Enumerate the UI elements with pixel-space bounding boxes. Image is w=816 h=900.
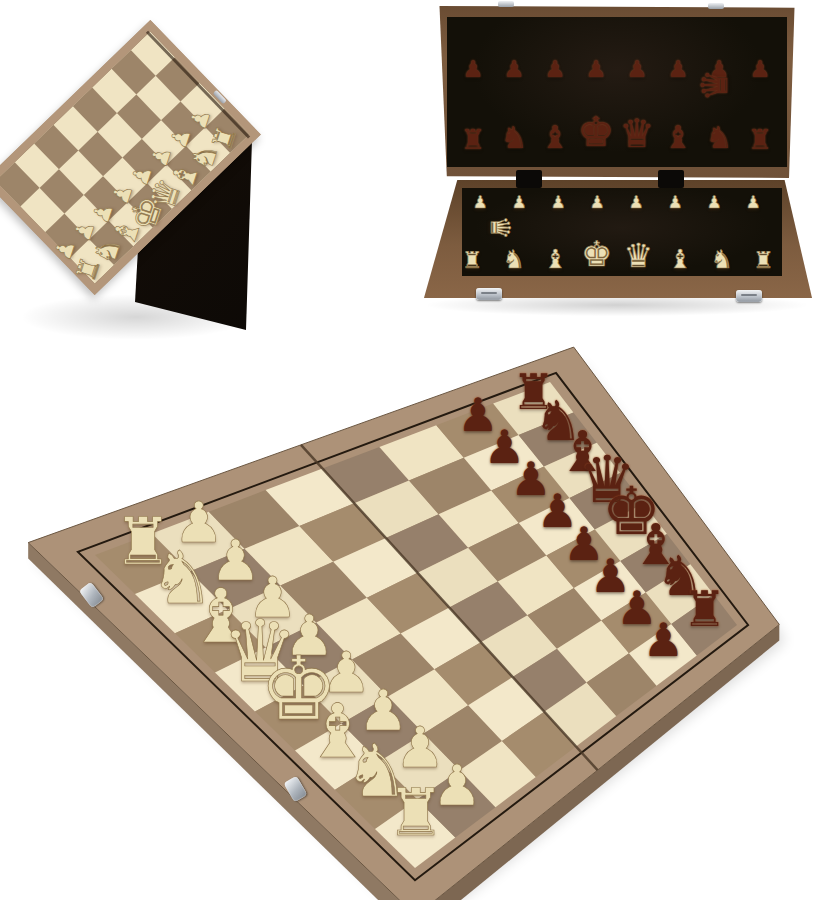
case-lid-felt: ♟♟♟♟♟♟♟♟♜♞♝♚♛♝♞♜♛ [447,17,787,167]
piece-white-rook-h1: ♜ [387,780,445,845]
hinge-strap-icon [658,170,684,188]
chess-set-product-photo: ♜♞♝♛♚♝♞♜♟♟♟♟♟♟♟♟ ♟♟♟♟♟♟♟♟♜♞♝♚♛♝♞♜♛ ♟♟♟♟♟… [0,0,816,900]
tray-white-lying-queen: ♛ [487,215,514,239]
lid-dark-knight-2: ♞ [501,123,528,153]
folded-white-pawn-file-5: ♟ [109,181,137,208]
main-board-pieces: ♜♞♝♛♚♝♞♜♟♟♟♟♟♟♟♟♟♟♟♟♟♟♟♟♜♞♝♛♚♝♞♜ [0,320,816,900]
folded-white-pawn-file-1: ♟ [186,106,214,133]
tray-white-pawn-7: ♟ [706,194,721,211]
tray-white-knight-7: ♞ [710,247,732,272]
folded-board-view: ♜♞♝♛♚♝♞♜♟♟♟♟♟♟♟♟ [0,0,292,352]
tray-white-king-4: ♚ [581,237,612,272]
tray-white-pawn-5: ♟ [628,194,643,211]
folded-white-pawn-file-4: ♟ [128,162,156,189]
tray-white-bishop-3: ♝ [544,246,567,272]
piece-black-pawn-h7: ♟ [643,617,684,663]
main-board-view: ♜♞♝♛♚♝♞♜♟♟♟♟♟♟♟♟♟♟♟♟♟♟♟♟♜♞♝♛♚♝♞♜ [0,320,816,900]
lid-dark-pawn-6: ♟ [668,58,689,81]
lid-dark-bishop-3: ♝ [541,122,569,153]
lid-dark-rook-1: ♜ [461,126,485,153]
tray-white-pawn-4: ♟ [589,194,604,211]
lid-dark-rook-8: ♜ [748,126,772,153]
tray-white-rook-8: ♜ [753,249,774,272]
case-latch-icon [476,288,502,300]
tray-white-rook-1: ♜ [462,249,483,272]
lid-dark-lying-queen: ♛ [697,69,733,101]
lid-dark-bishop-6: ♝ [664,122,692,153]
lid-dark-pawn-4: ♟ [586,58,607,81]
tray-white-queen-5: ♛ [624,239,654,272]
tray-white-pawn-2: ♟ [511,194,526,211]
lid-dark-pawn-1: ♟ [463,58,484,81]
folded-white-pawn-file-2: ♟ [167,125,195,152]
case-latch-icon [736,290,762,302]
folded-white-pawn-file-3: ♟ [147,143,175,170]
case-tray-felt: ♟♟♟♟♟♟♟♟♜♞♝♚♛♝♞♜♛ [462,188,782,276]
piece-black-rook-h8: ♜ [683,584,727,633]
case-lid: ♟♟♟♟♟♟♟♟♜♞♝♚♛♝♞♜♛ [434,6,800,178]
tray-white-bishop-6: ♝ [668,246,691,272]
folded-white-pawn-file-8: ♟ [51,237,79,264]
tray-white-pawn-1: ♟ [472,194,487,211]
lid-dark-pawn-8: ♟ [750,58,771,81]
lid-dark-queen-5: ♛ [620,114,655,153]
tray-white-pawn-3: ♟ [550,194,565,211]
tray-white-pawn-6: ♟ [667,194,682,211]
open-case-view: ♟♟♟♟♟♟♟♟♜♞♝♚♛♝♞♜♛ ♟♟♟♟♟♟♟♟♜♞♝♚♛♝♞♜♛ [420,0,816,312]
tray-white-knight-2: ♞ [502,247,524,272]
lid-dark-pawn-3: ♟ [545,58,566,81]
case-tray: ♟♟♟♟♟♟♟♟♜♞♝♚♛♝♞♜♛ [422,180,814,298]
hinge-pin-icon [708,3,724,9]
hinge-strap-icon [516,170,542,188]
hinge-pin-icon [498,1,514,7]
lid-dark-knight-7: ♞ [706,123,733,153]
lid-dark-pawn-2: ♟ [504,58,525,81]
tray-white-pawn-8: ♟ [745,194,760,211]
lid-dark-king-4: ♚ [578,112,615,153]
lid-dark-pawn-5: ♟ [627,58,648,81]
